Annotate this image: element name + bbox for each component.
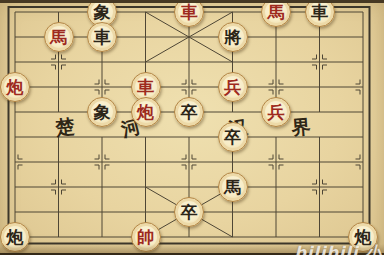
piece-black-horse[interactable]: 馬 — [218, 172, 248, 202]
piece-red-horse[interactable]: 馬 — [261, 0, 291, 27]
piece-red-horse[interactable]: 馬 — [44, 22, 74, 52]
piece-black-elephant[interactable]: 象 — [87, 97, 117, 127]
pieces-grid: 象車馬車馬車將炮車兵象炮卒兵卒馬卒炮帥炮 — [0, 0, 384, 250]
piece-red-cannon[interactable]: 炮 — [0, 72, 30, 102]
piece-black-soldier[interactable]: 卒 — [218, 122, 248, 152]
piece-black-soldier[interactable]: 卒 — [174, 197, 204, 227]
top-edge-bar — [0, 0, 384, 3]
xiangqi-game-screen: 楚 河 汉 界 象車馬車馬車將炮車兵象炮卒兵卒馬卒炮帥炮 bilibili 小 — [0, 0, 384, 255]
piece-red-chariot[interactable]: 車 — [174, 0, 204, 27]
piece-black-chariot[interactable]: 車 — [87, 22, 117, 52]
piece-black-soldier[interactable]: 卒 — [174, 97, 204, 127]
piece-red-soldier[interactable]: 兵 — [261, 97, 291, 127]
piece-red-cannon[interactable]: 炮 — [131, 97, 161, 127]
piece-red-soldier[interactable]: 兵 — [218, 72, 248, 102]
piece-black-general[interactable]: 將 — [218, 22, 248, 52]
piece-black-chariot[interactable]: 車 — [305, 0, 335, 27]
